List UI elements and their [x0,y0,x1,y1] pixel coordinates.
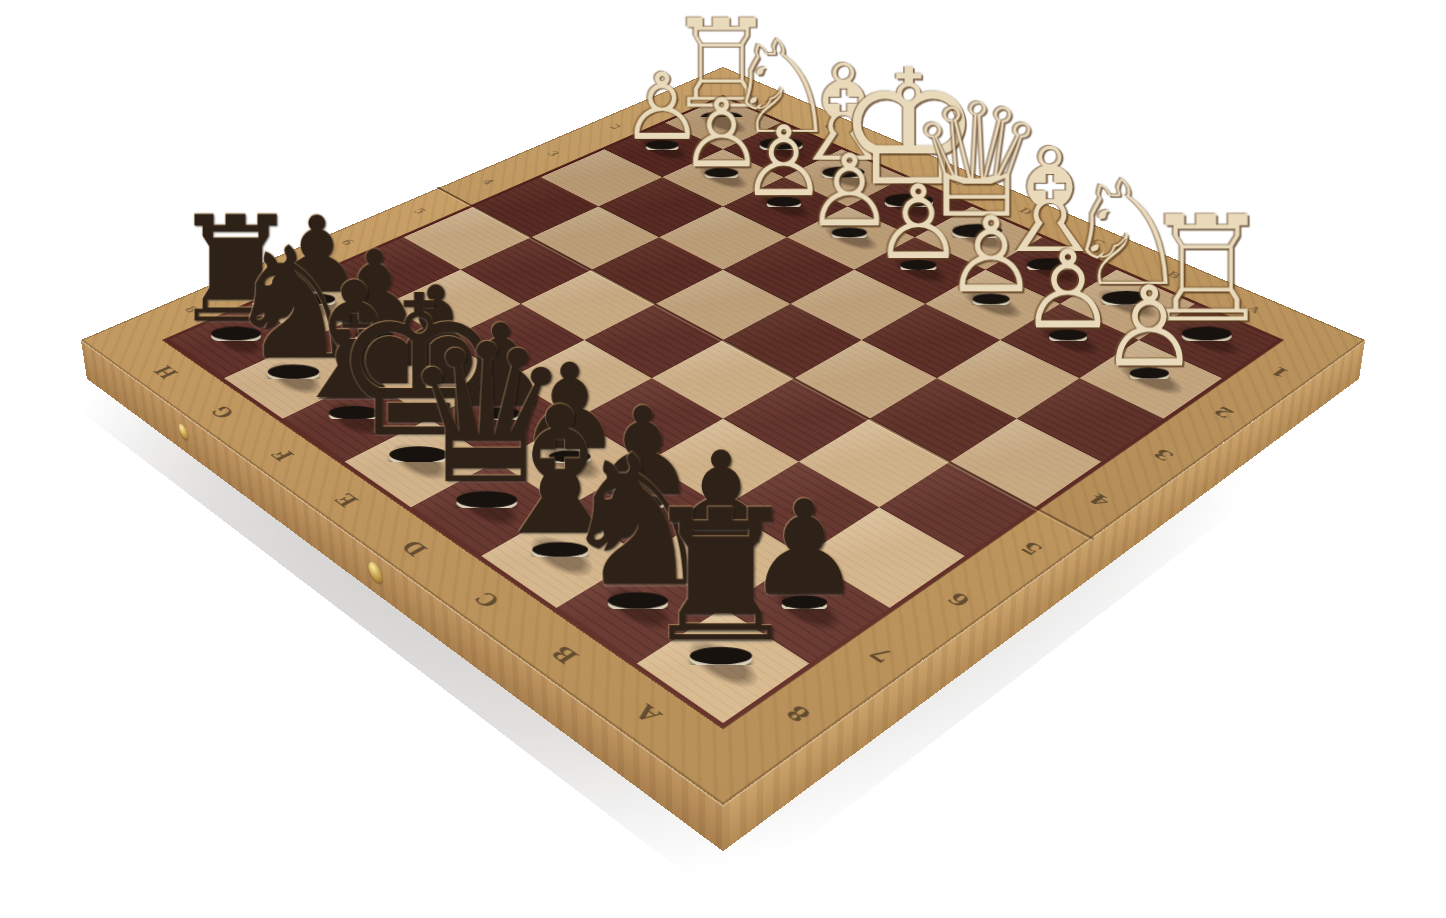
white-rook-glyph: ♖ [655,7,789,119]
piece-shadow [811,162,878,193]
rank-label-front-1: 1 [1265,363,1294,380]
square-e2[interactable] [787,206,915,269]
chess-board: HHGGFFEEDDCCBBAA1122334455667788 ♖♘♙♗♙♔♙… [81,67,1365,805]
square-h3[interactable] [541,149,663,206]
piece-figure: ♙ [712,116,856,206]
rank-label-front-3: 3 [1148,445,1180,464]
rank-label-front-5: 5 [1014,537,1048,559]
square-f1[interactable] [784,149,906,206]
brass-latch [178,421,189,442]
file-label-front-F: F [265,445,300,464]
square-f3[interactable] [659,206,787,269]
piece-figure: ♙ [843,175,995,270]
square-a4[interactable] [950,418,1101,507]
piece-figure: ♘ [713,28,850,150]
white-pawn-glyph: ♙ [712,116,856,205]
square-f4[interactable] [592,237,723,304]
piece-shadow [884,252,957,288]
square-d2[interactable] [854,237,985,304]
piece-base-disc [884,193,933,206]
white-pawn-glyph: ♙ [843,175,995,269]
white-pawn-glyph: ♙ [776,145,924,237]
piece-base-disc [760,138,803,150]
file-label-back-D: D [1016,206,1037,216]
piece-base-disc [822,166,864,177]
piece-base-disc [1130,367,1169,378]
piece-base-disc [701,111,743,123]
piece-shadow [875,190,944,222]
rank-label-front-2: 2 [1208,403,1238,421]
piece-shadow [750,134,815,163]
file-label-back-G: G [821,122,840,131]
piece-figure: ♗ [773,52,913,177]
file-label-front-E: E [328,489,364,510]
white-queen-glyph: ♕ [904,89,1052,233]
rank-label-back-2: 2 [607,122,625,130]
square-h1[interactable] [665,97,781,149]
pieces-layer: ♖♘♙♗♙♔♙♕♙♗♙♘♙♟♖♙♜♟♙♞♟♝♟♚♟♛♟♝♟♞♟♜ [723,67,1365,340]
piece-figure: ♙ [594,64,731,150]
file-label-front-G: G [205,402,241,422]
rank-label-back-3: 3 [544,149,563,157]
piece-figure: ♙ [776,145,924,238]
white-pawn-glyph: ♙ [594,64,731,149]
piece-shadow [692,109,755,137]
square-f2[interactable] [723,177,848,237]
brass-rosette [368,558,384,587]
white-king-glyph: ♔ [837,55,981,202]
piece-figure: ♖ [655,7,789,123]
black-rook-glyph: ♜ [622,492,821,659]
file-label-front-D: D [395,536,434,560]
piece-shadow [690,162,756,193]
piece-base-disc [901,260,937,270]
piece-base-disc [767,197,801,207]
rank-label-back-5: 5 [410,206,430,215]
white-pawn-glyph: ♙ [1067,275,1232,377]
square-e4[interactable] [656,269,791,339]
file-label-front-C: C [467,587,506,612]
piece-figure: ♔ [837,55,981,207]
piece-base-disc [832,227,867,237]
square-e3[interactable] [723,237,854,304]
rank-label-front-6: 6 [941,588,976,611]
square-g2[interactable] [662,149,784,206]
rank-label-front-7: 7 [863,642,900,667]
square-e1[interactable] [848,177,973,237]
square-d3[interactable] [790,269,925,339]
rank-label-back-1: 1 [666,97,684,105]
file-label-back-E: E [948,177,967,186]
file-label-back-H: H [761,97,781,106]
rank-label-back-4: 4 [479,177,498,186]
square-h4[interactable] [474,177,599,237]
piece-figure: ♕ [904,89,1052,238]
rank-label-front-8: 8 [779,700,818,727]
piece-figure: ♙ [652,89,792,177]
piece-base-disc [646,140,679,149]
square-g1[interactable] [723,122,842,176]
file-label-front-B: B [544,641,585,668]
file-label-front-H: H [148,362,184,381]
chess-scene: HHGGFFEEDDCCBBAA1122334455667788 ♖♘♙♗♙♔♙… [0,0,1446,918]
piece-base-disc [705,168,738,178]
square-g3[interactable] [598,177,723,237]
square-g4[interactable] [531,206,659,269]
square-h2[interactable] [604,122,723,176]
white-pawn-glyph: ♙ [652,89,792,176]
white-bishop-glyph: ♗ [773,52,913,175]
piece-shadow [816,220,886,254]
piece-figure: ♜ [622,492,821,664]
piece-base-disc [953,224,1003,238]
piece-shadow [632,134,696,163]
file-label-front-A: A [627,699,668,727]
file-label-back-F: F [883,149,901,157]
piece-base-disc [690,647,752,664]
piece-figure: ♙ [1067,275,1232,378]
white-knight-glyph: ♘ [713,28,850,146]
piece-shadow [751,190,819,222]
rank-label-front-4: 4 [1083,490,1116,510]
